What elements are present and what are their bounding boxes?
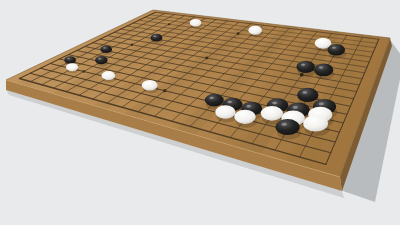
hoshi-point [82,70,85,73]
black-stone[interactable] [64,56,76,64]
stone-highlight [282,123,287,126]
stone-highlight [228,101,232,103]
black-stone[interactable] [297,88,318,102]
hoshi-point [205,57,208,60]
stone-highlight [301,64,305,66]
hoshi-point [163,89,166,92]
go-board-render [0,0,400,225]
stone-highlight [98,58,101,59]
stone-highlight [210,97,214,99]
black-stone[interactable] [276,119,300,135]
white-stone[interactable] [303,115,328,131]
stone-highlight [67,58,70,59]
white-stone[interactable] [248,26,262,35]
white-stone[interactable] [102,71,116,80]
stone-highlight [302,91,307,94]
stone-highlight [246,105,251,107]
white-stone[interactable] [190,19,202,27]
white-stone[interactable] [215,105,235,119]
black-stone[interactable] [151,34,163,42]
black-stone[interactable] [100,45,112,53]
stone-highlight [293,106,298,109]
white-stone[interactable] [234,110,256,124]
stone-highlight [319,103,324,106]
black-stone[interactable] [95,56,107,64]
white-stone[interactable] [261,106,283,121]
stone-highlight [319,67,323,69]
hoshi-point [168,23,170,25]
black-stone[interactable] [314,64,333,77]
white-stone[interactable] [66,63,78,71]
black-stone[interactable] [296,61,315,73]
hoshi-point [131,44,133,46]
black-stone[interactable] [328,44,346,56]
stone-highlight [272,102,277,105]
black-stone[interactable] [205,94,224,107]
go-scene [0,0,400,225]
hoshi-point [237,32,240,35]
stone-highlight [332,47,336,49]
white-stone[interactable] [142,80,158,90]
stone-highlight [103,47,106,48]
stone-highlight [154,36,157,37]
